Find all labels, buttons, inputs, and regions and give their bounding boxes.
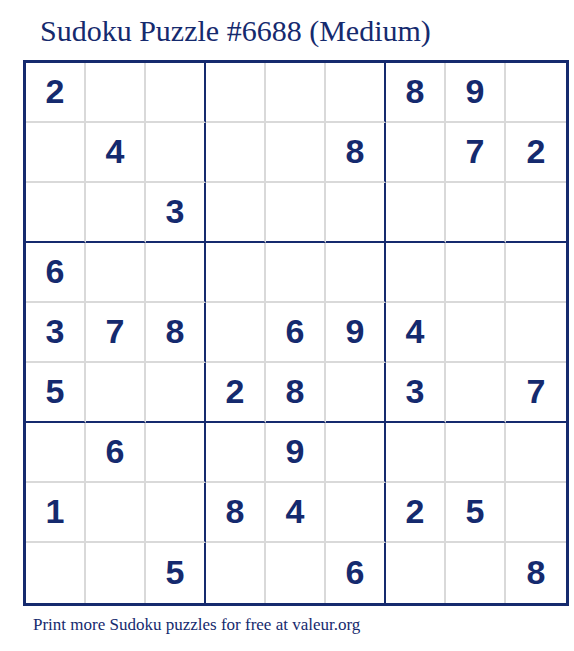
cell-r5c4[interactable]	[206, 303, 266, 363]
cell-r4c2[interactable]	[86, 243, 146, 303]
cell-r7c6[interactable]	[326, 423, 386, 483]
cell-r3c6[interactable]	[326, 183, 386, 243]
cell-r4c4[interactable]	[206, 243, 266, 303]
cell-r7c8[interactable]	[446, 423, 506, 483]
cell-r1c7: 8	[386, 63, 446, 123]
cell-r8c8: 5	[446, 483, 506, 543]
cell-r6c8[interactable]	[446, 363, 506, 423]
cell-r1c8: 9	[446, 63, 506, 123]
cell-r8c3[interactable]	[146, 483, 206, 543]
cell-r9c8[interactable]	[446, 543, 506, 603]
cell-r3c5[interactable]	[266, 183, 326, 243]
cell-r3c3: 3	[146, 183, 206, 243]
cell-r7c5: 9	[266, 423, 326, 483]
cell-r1c6[interactable]	[326, 63, 386, 123]
cell-r9c3: 5	[146, 543, 206, 603]
cell-r5c5: 6	[266, 303, 326, 363]
cell-r9c2[interactable]	[86, 543, 146, 603]
cell-r2c8: 7	[446, 123, 506, 183]
cell-r6c5: 8	[266, 363, 326, 423]
cell-r9c4[interactable]	[206, 543, 266, 603]
cell-r8c5: 4	[266, 483, 326, 543]
puzzle-title: Sudoku Puzzle #6688 (Medium)	[40, 14, 574, 49]
cell-r1c2[interactable]	[86, 63, 146, 123]
page: Sudoku Puzzle #6688 (Medium) 28948723637…	[0, 0, 574, 651]
cell-r4c1: 6	[26, 243, 86, 303]
cell-r7c9[interactable]	[506, 423, 566, 483]
cell-r9c1[interactable]	[26, 543, 86, 603]
cell-r2c6: 8	[326, 123, 386, 183]
cell-r7c3[interactable]	[146, 423, 206, 483]
cell-r7c4[interactable]	[206, 423, 266, 483]
cell-r5c7: 4	[386, 303, 446, 363]
cell-r4c3[interactable]	[146, 243, 206, 303]
cell-r1c4[interactable]	[206, 63, 266, 123]
cell-r6c2[interactable]	[86, 363, 146, 423]
cell-r6c7: 3	[386, 363, 446, 423]
cell-r9c9: 8	[506, 543, 566, 603]
cell-r9c7[interactable]	[386, 543, 446, 603]
cell-r9c6: 6	[326, 543, 386, 603]
cell-r3c9[interactable]	[506, 183, 566, 243]
cell-r3c8[interactable]	[446, 183, 506, 243]
cell-r5c1: 3	[26, 303, 86, 363]
cell-r2c7[interactable]	[386, 123, 446, 183]
cell-r1c5[interactable]	[266, 63, 326, 123]
cell-r7c7[interactable]	[386, 423, 446, 483]
sudoku-board: 289487236378694528376918425568	[23, 60, 569, 606]
cell-r8c6[interactable]	[326, 483, 386, 543]
cell-r9c5[interactable]	[266, 543, 326, 603]
cell-r4c8[interactable]	[446, 243, 506, 303]
cell-r3c7[interactable]	[386, 183, 446, 243]
cell-r2c4[interactable]	[206, 123, 266, 183]
cell-r6c1: 5	[26, 363, 86, 423]
cell-r8c1: 1	[26, 483, 86, 543]
cell-r1c9[interactable]	[506, 63, 566, 123]
cell-r2c2: 4	[86, 123, 146, 183]
cell-r3c4[interactable]	[206, 183, 266, 243]
cell-r1c3[interactable]	[146, 63, 206, 123]
footer-text: Print more Sudoku puzzles for free at va…	[33, 615, 574, 635]
cell-r8c4: 8	[206, 483, 266, 543]
cell-r7c2: 6	[86, 423, 146, 483]
cell-r8c9[interactable]	[506, 483, 566, 543]
cell-r7c1[interactable]	[26, 423, 86, 483]
cell-r3c2[interactable]	[86, 183, 146, 243]
cell-r8c2[interactable]	[86, 483, 146, 543]
cell-r4c7[interactable]	[386, 243, 446, 303]
cell-r4c5[interactable]	[266, 243, 326, 303]
cell-r4c9[interactable]	[506, 243, 566, 303]
cell-r2c5[interactable]	[266, 123, 326, 183]
cell-r4c6[interactable]	[326, 243, 386, 303]
cell-r1c1: 2	[26, 63, 86, 123]
cell-r5c2: 7	[86, 303, 146, 363]
cell-r5c6: 9	[326, 303, 386, 363]
cell-r6c4: 2	[206, 363, 266, 423]
cell-r6c6[interactable]	[326, 363, 386, 423]
cell-r2c3[interactable]	[146, 123, 206, 183]
cell-r6c3[interactable]	[146, 363, 206, 423]
cell-r3c1[interactable]	[26, 183, 86, 243]
cell-r8c7: 2	[386, 483, 446, 543]
cell-r6c9: 7	[506, 363, 566, 423]
cell-r2c1[interactable]	[26, 123, 86, 183]
cell-r5c9[interactable]	[506, 303, 566, 363]
cell-r5c8[interactable]	[446, 303, 506, 363]
cell-r5c3: 8	[146, 303, 206, 363]
cell-r2c9: 2	[506, 123, 566, 183]
